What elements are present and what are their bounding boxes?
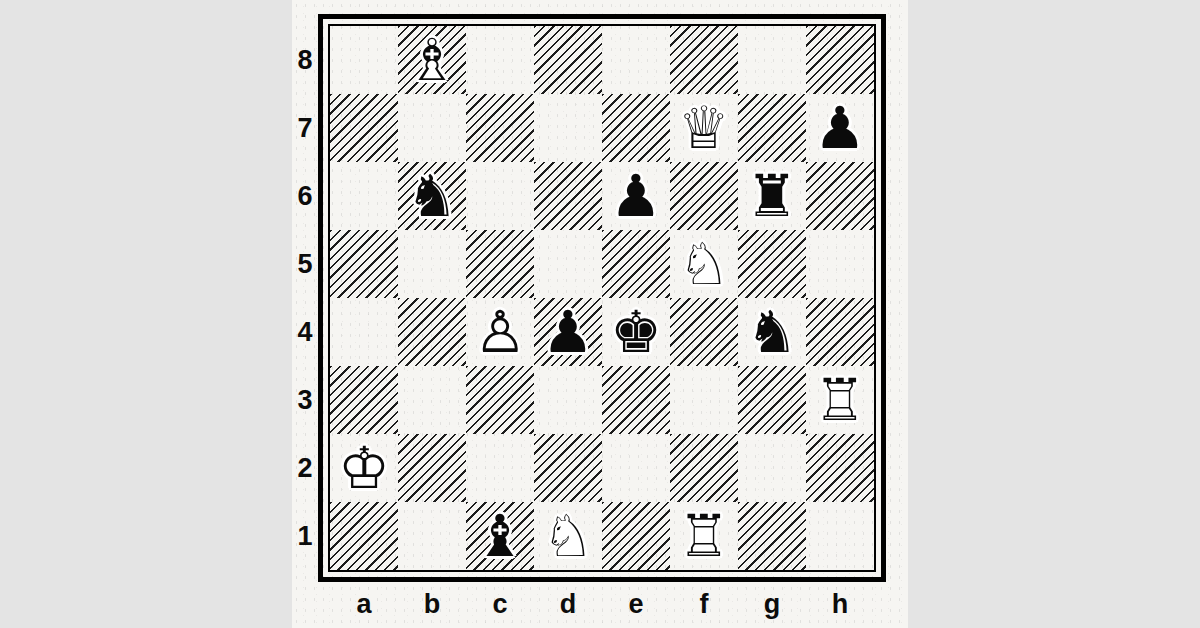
square-b2[interactable]: [398, 434, 466, 502]
black-knight-glyph: ♞: [738, 298, 806, 366]
white-queen-glyph: ♕: [670, 94, 738, 162]
black-knight-glyph: ♞: [398, 162, 466, 230]
square-c6[interactable]: [466, 162, 534, 230]
white-knight-glyph: ♘: [670, 230, 738, 298]
white-knight-glyph: ♘: [534, 502, 602, 570]
square-e1[interactable]: [602, 502, 670, 570]
square-b4[interactable]: [398, 298, 466, 366]
square-a6[interactable]: [330, 162, 398, 230]
square-e5[interactable]: [602, 230, 670, 298]
square-c8[interactable]: [466, 26, 534, 94]
rank-label-7: 7: [292, 94, 318, 162]
piece-black-knight-g4: ♞♞: [738, 298, 806, 366]
square-f3[interactable]: [670, 366, 738, 434]
square-g2[interactable]: [738, 434, 806, 502]
square-h2[interactable]: [806, 434, 874, 502]
black-pawn-glyph: ♟: [602, 162, 670, 230]
square-c4[interactable]: ♟♙: [466, 298, 534, 366]
file-label-g: g: [738, 588, 806, 620]
black-bishop-glyph: ♝: [466, 502, 534, 570]
rank-labels: 87654321: [292, 26, 318, 570]
rank-label-8: 8: [292, 26, 318, 94]
square-g8[interactable]: [738, 26, 806, 94]
square-b7[interactable]: [398, 94, 466, 162]
square-f7[interactable]: ♛♕: [670, 94, 738, 162]
rank-label-5: 5: [292, 230, 318, 298]
square-e8[interactable]: [602, 26, 670, 94]
piece-black-knight-b6: ♞♞: [398, 162, 466, 230]
square-g6[interactable]: ♜♜: [738, 162, 806, 230]
square-a4[interactable]: [330, 298, 398, 366]
square-e4[interactable]: ♚♚: [602, 298, 670, 366]
piece-white-king-a2: ♚♔: [330, 434, 398, 502]
square-g7[interactable]: [738, 94, 806, 162]
square-d7[interactable]: [534, 94, 602, 162]
square-d8[interactable]: [534, 26, 602, 94]
square-d6[interactable]: [534, 162, 602, 230]
square-b5[interactable]: [398, 230, 466, 298]
square-f4[interactable]: [670, 298, 738, 366]
file-label-c: c: [466, 588, 534, 620]
square-h7[interactable]: ♟♟: [806, 94, 874, 162]
square-h4[interactable]: [806, 298, 874, 366]
square-f8[interactable]: [670, 26, 738, 94]
chessboard: ♝♗♛♕♟♟♞♞♟♟♜♜♞♘♟♙♟♟♚♚♞♞♜♖♚♔♝♝♞♘♜♖: [318, 14, 886, 582]
file-label-d: d: [534, 588, 602, 620]
piece-white-bishop-b8: ♝♗: [398, 26, 466, 94]
square-d1[interactable]: ♞♘: [534, 502, 602, 570]
square-a3[interactable]: [330, 366, 398, 434]
piece-white-queen-f7: ♛♕: [670, 94, 738, 162]
square-c7[interactable]: [466, 94, 534, 162]
square-f5[interactable]: ♞♘: [670, 230, 738, 298]
square-d5[interactable]: [534, 230, 602, 298]
square-b1[interactable]: [398, 502, 466, 570]
diagram-paper: 87654321 ♝♗♛♕♟♟♞♞♟♟♜♜♞♘♟♙♟♟♚♚♞♞♜♖♚♔♝♝♞♘♜…: [292, 0, 908, 628]
square-h8[interactable]: [806, 26, 874, 94]
square-e2[interactable]: [602, 434, 670, 502]
square-f2[interactable]: [670, 434, 738, 502]
file-label-e: e: [602, 588, 670, 620]
square-e6[interactable]: ♟♟: [602, 162, 670, 230]
piece-white-knight-d1: ♞♘: [534, 502, 602, 570]
piece-black-bishop-c1: ♝♝: [466, 502, 534, 570]
board-grid: ♝♗♛♕♟♟♞♞♟♟♜♜♞♘♟♙♟♟♚♚♞♞♜♖♚♔♝♝♞♘♜♖: [328, 24, 876, 572]
rank-label-4: 4: [292, 298, 318, 366]
file-label-h: h: [806, 588, 874, 620]
square-a5[interactable]: [330, 230, 398, 298]
piece-white-pawn-c4: ♟♙: [466, 298, 534, 366]
square-h1[interactable]: [806, 502, 874, 570]
file-label-f: f: [670, 588, 738, 620]
file-label-b: b: [398, 588, 466, 620]
black-rook-glyph: ♜: [738, 162, 806, 230]
square-c5[interactable]: [466, 230, 534, 298]
rank-label-1: 1: [292, 502, 318, 570]
square-b8[interactable]: ♝♗: [398, 26, 466, 94]
square-g4[interactable]: ♞♞: [738, 298, 806, 366]
square-g5[interactable]: [738, 230, 806, 298]
white-king-glyph: ♔: [330, 434, 398, 502]
square-c1[interactable]: ♝♝: [466, 502, 534, 570]
square-b6[interactable]: ♞♞: [398, 162, 466, 230]
rank-label-3: 3: [292, 366, 318, 434]
square-b3[interactable]: [398, 366, 466, 434]
square-a8[interactable]: [330, 26, 398, 94]
black-pawn-glyph: ♟: [534, 298, 602, 366]
square-h3[interactable]: ♜♖: [806, 366, 874, 434]
piece-white-knight-f5: ♞♘: [670, 230, 738, 298]
square-e7[interactable]: [602, 94, 670, 162]
piece-black-pawn-h7: ♟♟: [806, 94, 874, 162]
white-rook-glyph: ♖: [806, 366, 874, 434]
square-d3[interactable]: [534, 366, 602, 434]
square-a1[interactable]: [330, 502, 398, 570]
piece-black-king-e4: ♚♚: [602, 298, 670, 366]
white-rook-glyph: ♖: [670, 502, 738, 570]
square-d4[interactable]: ♟♟: [534, 298, 602, 366]
square-h6[interactable]: [806, 162, 874, 230]
piece-black-pawn-d4: ♟♟: [534, 298, 602, 366]
piece-white-rook-h3: ♜♖: [806, 366, 874, 434]
square-c2[interactable]: [466, 434, 534, 502]
square-a7[interactable]: [330, 94, 398, 162]
rank-label-6: 6: [292, 162, 318, 230]
white-pawn-glyph: ♙: [466, 298, 534, 366]
piece-black-rook-g6: ♜♜: [738, 162, 806, 230]
square-d2[interactable]: [534, 434, 602, 502]
square-g3[interactable]: [738, 366, 806, 434]
square-h5[interactable]: [806, 230, 874, 298]
piece-black-pawn-e6: ♟♟: [602, 162, 670, 230]
white-bishop-glyph: ♗: [398, 26, 466, 94]
square-e3[interactable]: [602, 366, 670, 434]
square-f1[interactable]: ♜♖: [670, 502, 738, 570]
square-c3[interactable]: [466, 366, 534, 434]
square-f6[interactable]: [670, 162, 738, 230]
square-a2[interactable]: ♚♔: [330, 434, 398, 502]
rank-label-2: 2: [292, 434, 318, 502]
black-king-glyph: ♚: [602, 298, 670, 366]
page-background: 87654321 ♝♗♛♕♟♟♞♞♟♟♜♜♞♘♟♙♟♟♚♚♞♞♜♖♚♔♝♝♞♘♜…: [0, 0, 1200, 628]
file-label-a: a: [330, 588, 398, 620]
square-g1[interactable]: [738, 502, 806, 570]
black-pawn-glyph: ♟: [806, 94, 874, 162]
file-labels: abcdefgh: [330, 588, 874, 620]
piece-white-rook-f1: ♜♖: [670, 502, 738, 570]
